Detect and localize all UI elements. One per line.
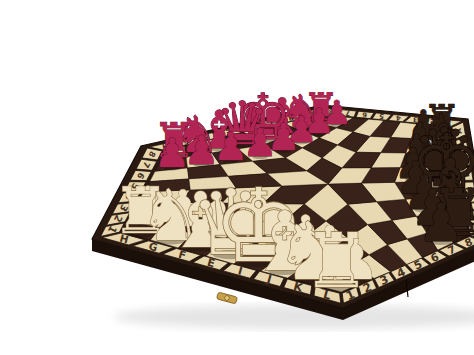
three-player-chess-board: HGFEIJKL12345678LKJIDCBA12345678ABCDEFGH… xyxy=(40,16,474,355)
edge-label: 4 xyxy=(396,113,402,121)
white-rook[interactable]: ♜ xyxy=(302,217,370,305)
black-pawn[interactable]: ♟ xyxy=(417,192,465,254)
red-pawn[interactable]: ♟ xyxy=(154,130,190,177)
three-player-chess-photo: HGFEIJKL12345678LKJIDCBA12345678ABCDEFGH… xyxy=(40,16,474,355)
edge-label: 6 xyxy=(362,110,368,118)
edge-label: 5 xyxy=(379,112,385,120)
board-shadow xyxy=(113,305,474,329)
clasp xyxy=(216,292,237,304)
